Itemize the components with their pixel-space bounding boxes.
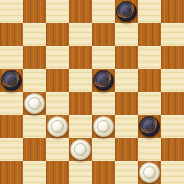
- square-b8[interactable]: [23, 0, 46, 23]
- square-h5: [161, 69, 184, 92]
- square-b4[interactable]: [23, 92, 46, 115]
- square-c3[interactable]: [46, 115, 69, 138]
- square-c1[interactable]: [46, 161, 69, 184]
- square-c7[interactable]: [46, 23, 69, 46]
- black-man-piece[interactable]: [1, 70, 22, 91]
- square-b2[interactable]: [23, 138, 46, 161]
- square-f8[interactable]: [115, 0, 138, 23]
- square-a4: [0, 92, 23, 115]
- square-a8: [0, 0, 23, 23]
- square-d3: [69, 115, 92, 138]
- square-a6: [0, 46, 23, 69]
- white-man-piece[interactable]: [24, 93, 45, 114]
- square-d8[interactable]: [69, 0, 92, 23]
- square-f3: [115, 115, 138, 138]
- white-man-piece[interactable]: [139, 162, 160, 183]
- square-b6[interactable]: [23, 46, 46, 69]
- square-e3[interactable]: [92, 115, 115, 138]
- white-man-piece[interactable]: [93, 116, 114, 137]
- square-g7[interactable]: [138, 23, 161, 46]
- square-a3[interactable]: [0, 115, 23, 138]
- square-e6: [92, 46, 115, 69]
- square-e8: [92, 0, 115, 23]
- square-g5[interactable]: [138, 69, 161, 92]
- square-d7: [69, 23, 92, 46]
- square-f2[interactable]: [115, 138, 138, 161]
- square-c2: [46, 138, 69, 161]
- square-a2: [0, 138, 23, 161]
- square-e4: [92, 92, 115, 115]
- square-c5[interactable]: [46, 69, 69, 92]
- square-g4: [138, 92, 161, 115]
- square-f6[interactable]: [115, 46, 138, 69]
- square-e5[interactable]: [92, 69, 115, 92]
- square-b3: [23, 115, 46, 138]
- square-b1: [23, 161, 46, 184]
- square-b5: [23, 69, 46, 92]
- square-d6[interactable]: [69, 46, 92, 69]
- square-f4[interactable]: [115, 92, 138, 115]
- square-g1[interactable]: [138, 161, 161, 184]
- square-h8[interactable]: [161, 0, 184, 23]
- checkers-board: [0, 0, 184, 184]
- square-h3: [161, 115, 184, 138]
- square-b7: [23, 23, 46, 46]
- square-g3[interactable]: [138, 115, 161, 138]
- square-d4[interactable]: [69, 92, 92, 115]
- square-e1[interactable]: [92, 161, 115, 184]
- square-f7: [115, 23, 138, 46]
- square-c8: [46, 0, 69, 23]
- black-man-piece[interactable]: [116, 1, 137, 22]
- square-a1[interactable]: [0, 161, 23, 184]
- square-h2[interactable]: [161, 138, 184, 161]
- square-g8: [138, 0, 161, 23]
- black-man-piece[interactable]: [93, 70, 114, 91]
- black-man-piece[interactable]: [139, 116, 160, 137]
- square-h7: [161, 23, 184, 46]
- square-d1: [69, 161, 92, 184]
- square-e2: [92, 138, 115, 161]
- white-man-piece[interactable]: [70, 139, 91, 160]
- square-f1: [115, 161, 138, 184]
- white-man-piece[interactable]: [47, 116, 68, 137]
- square-h4[interactable]: [161, 92, 184, 115]
- square-a7[interactable]: [0, 23, 23, 46]
- square-c4: [46, 92, 69, 115]
- square-d5: [69, 69, 92, 92]
- square-e7[interactable]: [92, 23, 115, 46]
- square-h1: [161, 161, 184, 184]
- square-a5[interactable]: [0, 69, 23, 92]
- square-f5: [115, 69, 138, 92]
- square-c6: [46, 46, 69, 69]
- square-h6[interactable]: [161, 46, 184, 69]
- square-g2: [138, 138, 161, 161]
- square-d2[interactable]: [69, 138, 92, 161]
- square-g6: [138, 46, 161, 69]
